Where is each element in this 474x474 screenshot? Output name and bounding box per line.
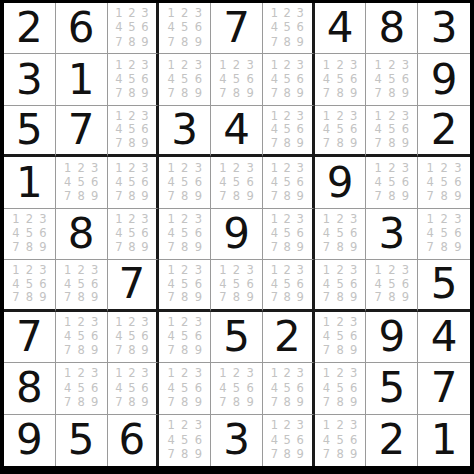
given-digit: 1: [68, 59, 95, 101]
pencil-mark: 3: [141, 60, 148, 72]
pencil-mark: 3: [246, 368, 253, 380]
pencil-mark: 7: [323, 292, 330, 304]
pencil-mark: 7: [12, 242, 19, 254]
given-digit: 6: [68, 7, 95, 49]
pencil-mark: 5: [388, 74, 395, 86]
cell-r2c3[interactable]: 123456789: [108, 54, 160, 105]
pencil-mark: 5: [233, 74, 240, 86]
cell-r5c6[interactable]: 123456789: [263, 209, 315, 260]
pencil-mark: 1: [167, 214, 174, 226]
cell-r9c5[interactable]: 3: [211, 415, 263, 466]
pencil-mark: 9: [195, 397, 202, 409]
pencil-mark: 6: [297, 279, 304, 291]
pencil-mark: 5: [388, 279, 395, 291]
pencil-mark: 8: [233, 292, 240, 304]
pencil-mark: 1: [167, 163, 174, 175]
pencil-mark: 9: [195, 292, 202, 304]
pencil-mark: 1: [323, 317, 330, 329]
pencil-mark: 6: [195, 177, 202, 189]
pencil-mark: 3: [91, 368, 98, 380]
pencil-mark: 2: [284, 111, 291, 123]
pencil-mark: 9: [402, 191, 409, 203]
cell-r5c1[interactable]: 123456789: [4, 209, 56, 260]
cell-r9c2[interactable]: 5: [56, 415, 108, 466]
cell-r9c9[interactable]: 1: [418, 415, 470, 466]
cell-r6c1[interactable]: 123456789: [4, 260, 56, 311]
pencil-mark: 2: [336, 420, 343, 432]
pencil-mark: 7: [167, 191, 174, 203]
given-digit: 2: [431, 109, 458, 151]
pencil-mark: 2: [77, 265, 84, 277]
cell-r4c8[interactable]: 123456789: [366, 157, 418, 208]
pencil-mark: 2: [388, 60, 395, 72]
pencil-mark: 4: [115, 228, 122, 240]
pencil-mark: 9: [91, 397, 98, 409]
cell-r6c2[interactable]: 123456789: [56, 260, 108, 311]
pencil-mark: 6: [195, 383, 202, 395]
pencil-mark: 9: [297, 292, 304, 304]
given-digit: 3: [171, 109, 198, 151]
cell-r2c9[interactable]: 9: [418, 54, 470, 105]
pencil-mark: 3: [195, 317, 202, 329]
cell-r6c6[interactable]: 123456789: [263, 260, 315, 311]
cell-r1c3[interactable]: 123456789: [108, 3, 160, 54]
pencil-mark: 3: [246, 265, 253, 277]
pencil-mark: 3: [454, 163, 461, 175]
cell-r4c3[interactable]: 123456789: [108, 157, 160, 208]
pencil-mark: 1: [219, 163, 226, 175]
cell-r8c5[interactable]: 123456789: [211, 363, 263, 414]
pencil-mark: 6: [141, 177, 148, 189]
pencil-mark: 4: [12, 279, 19, 291]
pencil-mark: 1: [219, 368, 226, 380]
cell-r6c9[interactable]: 5: [418, 260, 470, 311]
cell-r6c5[interactable]: 123456789: [211, 260, 263, 311]
cell-r9c1[interactable]: 9: [4, 415, 56, 466]
pencil-mark: 6: [91, 383, 98, 395]
pencil-mark: 1: [271, 214, 278, 226]
pencil-mark: 1: [323, 368, 330, 380]
cell-r3c8[interactable]: 123456789: [366, 106, 418, 157]
pencil-mark: 1: [219, 265, 226, 277]
pencil-mark: 2: [181, 265, 188, 277]
pencil-mark: 5: [181, 279, 188, 291]
pencil-mark: 2: [181, 420, 188, 432]
pencil-mark: 2: [181, 214, 188, 226]
cell-r4c9[interactable]: 123456789: [418, 157, 470, 208]
given-digit: 3: [378, 213, 405, 255]
pencil-mark: 2: [128, 111, 135, 123]
pencil-mark: 7: [375, 138, 382, 150]
pencil-mark: 1: [427, 214, 434, 226]
pencil-mark: 8: [233, 397, 240, 409]
cell-r8c9[interactable]: 7: [418, 363, 470, 414]
pencil-mark: 2: [284, 368, 291, 380]
cell-r6c8[interactable]: 123456789: [366, 260, 418, 311]
pencil-mark: 2: [284, 8, 291, 20]
pencil-mark: 7: [115, 88, 122, 100]
pencil-mark: 9: [91, 191, 98, 203]
pencil-mark: 1: [64, 368, 71, 380]
pencil-mark: 9: [141, 138, 148, 150]
pencil-mark: 5: [128, 383, 135, 395]
pencil-mark: 7: [271, 191, 278, 203]
cell-r4c5[interactable]: 123456789: [211, 157, 263, 208]
cell-r5c3[interactable]: 123456789: [108, 209, 160, 260]
pencil-mark: 6: [297, 22, 304, 34]
pencil-mark: 2: [26, 214, 33, 226]
pencil-mark: 7: [167, 88, 174, 100]
pencil-mark: 9: [141, 88, 148, 100]
pencil-mark: 8: [128, 191, 135, 203]
pencil-mark: 5: [233, 279, 240, 291]
pencil-mark: 5: [284, 383, 291, 395]
pencil-mark: 8: [77, 191, 84, 203]
cell-r3c6[interactable]: 123456789: [263, 106, 315, 157]
cell-r5c8[interactable]: 3: [366, 209, 418, 260]
cell-r4c7[interactable]: 9: [315, 157, 367, 208]
cell-r8c8[interactable]: 5: [366, 363, 418, 414]
pencil-mark: 6: [246, 177, 253, 189]
pencil-mark: 6: [91, 279, 98, 291]
cell-r5c7[interactable]: 123456789: [315, 209, 367, 260]
pencil-mark: 8: [181, 88, 188, 100]
cell-r8c6[interactable]: 123456789: [263, 363, 315, 414]
pencil-mark: 6: [39, 228, 46, 240]
pencil-mark: 5: [388, 124, 395, 136]
given-digit: 2: [274, 316, 301, 358]
cell-r1c6[interactable]: 123456789: [263, 3, 315, 54]
cell-r7c9[interactable]: 4: [418, 312, 470, 363]
pencil-mark: 6: [141, 228, 148, 240]
pencil-mark: 4: [323, 74, 330, 86]
given-digit: 9: [431, 59, 458, 101]
pencil-mark: 2: [388, 265, 395, 277]
cell-r3c7[interactable]: 123456789: [315, 106, 367, 157]
pencil-mark: 1: [271, 60, 278, 72]
pencil-mark: 9: [246, 191, 253, 203]
pencil-mark: 3: [91, 163, 98, 175]
pencil-mark: 9: [350, 345, 357, 357]
pencil-mark: 7: [323, 138, 330, 150]
pencil-mark: 2: [128, 8, 135, 20]
pencil-mark: 4: [427, 228, 434, 240]
given-digit: 9: [378, 316, 405, 358]
pencil-mark: 1: [167, 265, 174, 277]
pencil-mark: 5: [233, 383, 240, 395]
pencil-mark: 7: [115, 397, 122, 409]
pencil-mark: 6: [454, 228, 461, 240]
pencil-mark: 1: [12, 265, 19, 277]
pencil-mark: 2: [336, 111, 343, 123]
pencil-mark: 3: [141, 8, 148, 20]
pencil-mark: 6: [141, 383, 148, 395]
pencil-mark: 5: [26, 279, 33, 291]
cell-r1c2[interactable]: 6: [56, 3, 108, 54]
cell-r5c4[interactable]: 123456789: [159, 209, 211, 260]
pencil-mark: 4: [271, 124, 278, 136]
cell-r4c2[interactable]: 123456789: [56, 157, 108, 208]
pencil-mark: 1: [323, 60, 330, 72]
pencil-mark: 7: [12, 292, 19, 304]
pencil-mark: 1: [115, 8, 122, 20]
pencil-mark: 8: [388, 88, 395, 100]
pencil-mark: 1: [167, 60, 174, 72]
pencil-mark: 9: [297, 88, 304, 100]
cell-r7c6[interactable]: 2: [263, 312, 315, 363]
pencil-mark: 1: [375, 163, 382, 175]
given-digit: 7: [431, 367, 458, 409]
pencil-mark: 2: [284, 420, 291, 432]
pencil-mark: 2: [181, 8, 188, 20]
pencil-mark: 2: [336, 317, 343, 329]
cell-r7c8[interactable]: 9: [366, 312, 418, 363]
pencil-mark: 1: [64, 317, 71, 329]
pencil-mark: 2: [284, 163, 291, 175]
pencil-mark: 9: [350, 138, 357, 150]
pencil-mark: 4: [271, 383, 278, 395]
pencil-mark: 3: [195, 163, 202, 175]
cell-r4c6[interactable]: 123456789: [263, 157, 315, 208]
pencil-mark: 9: [195, 88, 202, 100]
cell-r1c1[interactable]: 2: [4, 3, 56, 54]
cell-r5c5[interactable]: 9: [211, 209, 263, 260]
pencil-mark: 5: [284, 177, 291, 189]
pencil-mark: 5: [440, 228, 447, 240]
pencil-mark: 7: [167, 242, 174, 254]
sudoku-board: 2 6 123456789 123456789 7 123456789 4 8 …: [0, 0, 474, 474]
cell-r1c9[interactable]: 3: [418, 3, 470, 54]
given-digit: 5: [16, 109, 43, 151]
pencil-mark: 8: [336, 397, 343, 409]
pencil-mark: 4: [271, 177, 278, 189]
pencil-mark: 4: [115, 124, 122, 136]
cell-r1c8[interactable]: 8: [366, 3, 418, 54]
cell-r1c7[interactable]: 4: [315, 3, 367, 54]
cell-r7c4[interactable]: 123456789: [159, 312, 211, 363]
cell-r9c3[interactable]: 6: [108, 415, 160, 466]
cell-r9c4[interactable]: 123456789: [159, 415, 211, 466]
cell-r3c9[interactable]: 2: [418, 106, 470, 157]
pencil-mark: 5: [181, 74, 188, 86]
cell-r7c1[interactable]: 7: [4, 312, 56, 363]
pencil-mark: 3: [246, 60, 253, 72]
pencil-mark: 3: [246, 163, 253, 175]
pencil-mark: 1: [167, 420, 174, 432]
pencil-mark: 6: [297, 177, 304, 189]
cell-r2c1[interactable]: 3: [4, 54, 56, 105]
pencil-mark: 5: [336, 435, 343, 447]
pencil-mark: 9: [141, 242, 148, 254]
pencil-mark: 2: [388, 111, 395, 123]
cell-r6c3[interactable]: 7: [108, 260, 160, 311]
pencil-mark: 6: [297, 228, 304, 240]
given-digit: 7: [16, 316, 43, 358]
cell-r8c7[interactable]: 123456789: [315, 363, 367, 414]
cell-r8c3[interactable]: 123456789: [108, 363, 160, 414]
pencil-mark: 6: [195, 74, 202, 86]
given-digit: 9: [327, 162, 354, 204]
pencil-mark: 6: [246, 383, 253, 395]
cell-r9c7[interactable]: 123456789: [315, 415, 367, 466]
pencil-mark: 2: [181, 60, 188, 72]
pencil-mark: 2: [284, 214, 291, 226]
pencil-mark: 8: [284, 37, 291, 49]
pencil-mark: 5: [284, 22, 291, 34]
pencil-mark: 2: [77, 317, 84, 329]
cell-r2c5[interactable]: 123456789: [211, 54, 263, 105]
pencil-mark: 5: [181, 383, 188, 395]
cell-r2c2[interactable]: 1: [56, 54, 108, 105]
cell-r8c2[interactable]: 123456789: [56, 363, 108, 414]
given-digit: 7: [68, 109, 95, 151]
pencil-mark: 5: [336, 279, 343, 291]
pencil-mark: 3: [91, 265, 98, 277]
pencil-mark: 6: [246, 279, 253, 291]
pencil-mark: 5: [77, 383, 84, 395]
pencil-mark: 8: [128, 138, 135, 150]
pencil-mark: 8: [233, 191, 240, 203]
pencil-mark: 3: [297, 60, 304, 72]
pencil-mark: 2: [336, 214, 343, 226]
pencil-mark: 4: [115, 331, 122, 343]
pencil-mark: 3: [91, 317, 98, 329]
cell-r8c4[interactable]: 123456789: [159, 363, 211, 414]
pencil-mark: 9: [454, 242, 461, 254]
cell-r1c5[interactable]: 7: [211, 3, 263, 54]
pencil-mark: 3: [195, 420, 202, 432]
pencil-mark: 8: [336, 88, 343, 100]
pencil-mark: 7: [271, 138, 278, 150]
given-digit: 3: [16, 59, 43, 101]
pencil-mark: 3: [297, 214, 304, 226]
pencil-mark: 7: [375, 191, 382, 203]
cell-r2c4[interactable]: 123456789: [159, 54, 211, 105]
pencil-mark: 5: [336, 124, 343, 136]
pencil-mark: 1: [115, 214, 122, 226]
pencil-mark: 9: [402, 138, 409, 150]
pencil-mark: 8: [181, 292, 188, 304]
pencil-mark: 1: [271, 8, 278, 20]
pencil-mark: 5: [128, 22, 135, 34]
pencil-mark: 4: [12, 228, 19, 240]
cell-r3c2[interactable]: 7: [56, 106, 108, 157]
cell-r3c4[interactable]: 3: [159, 106, 211, 157]
pencil-mark: 8: [440, 242, 447, 254]
pencil-mark: 9: [39, 242, 46, 254]
cell-r1c4[interactable]: 123456789: [159, 3, 211, 54]
pencil-mark: 4: [323, 435, 330, 447]
cell-r7c3[interactable]: 123456789: [108, 312, 160, 363]
pencil-mark: 5: [284, 279, 291, 291]
pencil-mark: 1: [167, 8, 174, 20]
pencil-mark: 7: [64, 397, 71, 409]
pencil-mark: 5: [128, 124, 135, 136]
pencil-mark: 2: [336, 60, 343, 72]
pencil-mark: 1: [167, 368, 174, 380]
pencil-mark: 1: [271, 111, 278, 123]
cell-r2c8[interactable]: 123456789: [366, 54, 418, 105]
pencil-mark: 7: [323, 88, 330, 100]
pencil-mark: 9: [297, 191, 304, 203]
pencil-mark: 3: [297, 265, 304, 277]
cell-r6c4[interactable]: 123456789: [159, 260, 211, 311]
pencil-mark: 8: [181, 345, 188, 357]
cell-r9c6[interactable]: 123456789: [263, 415, 315, 466]
pencil-mark: 4: [323, 228, 330, 240]
cell-r4c4[interactable]: 123456789: [159, 157, 211, 208]
cell-r4c1[interactable]: 1: [4, 157, 56, 208]
pencil-mark: 9: [141, 191, 148, 203]
pencil-mark: 7: [64, 191, 71, 203]
pencil-mark: 3: [39, 265, 46, 277]
cell-r3c3[interactable]: 123456789: [108, 106, 160, 157]
given-digit: 2: [378, 419, 405, 461]
pencil-mark: 4: [375, 74, 382, 86]
pencil-mark: 4: [115, 177, 122, 189]
pencil-mark: 6: [402, 279, 409, 291]
pencil-mark: 7: [375, 88, 382, 100]
cell-r5c9[interactable]: 123456789: [418, 209, 470, 260]
pencil-mark: 5: [336, 228, 343, 240]
pencil-mark: 6: [141, 331, 148, 343]
pencil-mark: 5: [181, 228, 188, 240]
cell-r7c7[interactable]: 123456789: [315, 312, 367, 363]
pencil-mark: 3: [297, 420, 304, 432]
cell-r8c1[interactable]: 8: [4, 363, 56, 414]
pencil-mark: 4: [427, 177, 434, 189]
pencil-mark: 4: [219, 279, 226, 291]
pencil-mark: 5: [128, 177, 135, 189]
pencil-mark: 8: [284, 242, 291, 254]
cell-r6c7[interactable]: 123456789: [315, 260, 367, 311]
pencil-mark: 7: [271, 292, 278, 304]
pencil-mark: 4: [167, 279, 174, 291]
pencil-mark: 2: [181, 368, 188, 380]
cell-r3c1[interactable]: 5: [4, 106, 56, 157]
pencil-mark: 3: [141, 111, 148, 123]
cell-r3c5[interactable]: 4: [211, 106, 263, 157]
pencil-mark: 7: [271, 242, 278, 254]
pencil-mark: 8: [284, 191, 291, 203]
pencil-mark: 7: [271, 449, 278, 461]
pencil-mark: 6: [195, 228, 202, 240]
pencil-mark: 4: [115, 383, 122, 395]
pencil-mark: 8: [233, 88, 240, 100]
cell-r2c6[interactable]: 123456789: [263, 54, 315, 105]
pencil-mark: 5: [181, 177, 188, 189]
pencil-mark: 7: [167, 292, 174, 304]
pencil-mark: 3: [195, 60, 202, 72]
cell-r7c2[interactable]: 123456789: [56, 312, 108, 363]
pencil-mark: 9: [297, 449, 304, 461]
pencil-mark: 8: [128, 88, 135, 100]
pencil-mark: 9: [402, 88, 409, 100]
cell-r7c5[interactable]: 5: [211, 312, 263, 363]
given-digit: 2: [16, 7, 43, 49]
pencil-mark: 1: [115, 317, 122, 329]
cell-r5c2[interactable]: 8: [56, 209, 108, 260]
pencil-mark: 2: [233, 60, 240, 72]
given-digit: 4: [223, 109, 250, 151]
pencil-mark: 5: [336, 74, 343, 86]
given-digit: 5: [431, 263, 458, 305]
cell-r9c8[interactable]: 2: [366, 415, 418, 466]
pencil-mark: 7: [167, 37, 174, 49]
cell-r2c7[interactable]: 123456789: [315, 54, 367, 105]
pencil-mark: 5: [77, 331, 84, 343]
pencil-mark: 9: [246, 292, 253, 304]
